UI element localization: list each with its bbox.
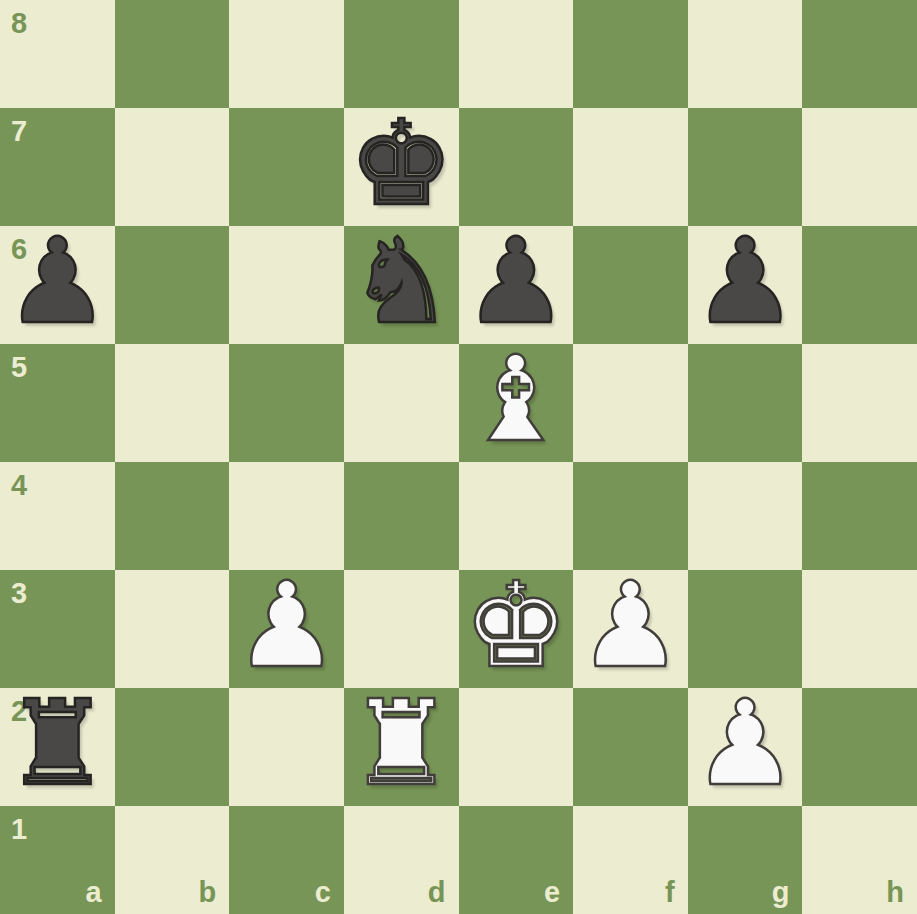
square-h7[interactable] bbox=[802, 108, 917, 226]
square-g7[interactable] bbox=[688, 108, 803, 226]
square-e8[interactable] bbox=[459, 0, 574, 108]
square-d2[interactable]: ♜ bbox=[344, 688, 459, 806]
square-e4[interactable] bbox=[459, 462, 574, 570]
square-b1[interactable]: b bbox=[115, 806, 230, 914]
file-label-a: a bbox=[85, 876, 101, 909]
white-pawn[interactable]: ♟ bbox=[234, 566, 340, 684]
white-pawn[interactable]: ♟ bbox=[692, 684, 798, 802]
square-f3[interactable]: ♟ bbox=[573, 570, 688, 688]
square-g2[interactable]: ♟ bbox=[688, 688, 803, 806]
file-label-e: e bbox=[544, 876, 560, 909]
square-f1[interactable]: f bbox=[573, 806, 688, 914]
square-f2[interactable] bbox=[573, 688, 688, 806]
square-g5[interactable] bbox=[688, 344, 803, 462]
white-pawn[interactable]: ♟ bbox=[578, 566, 684, 684]
square-g8[interactable] bbox=[688, 0, 803, 108]
square-f7[interactable] bbox=[573, 108, 688, 226]
square-b2[interactable] bbox=[115, 688, 230, 806]
square-g3[interactable] bbox=[688, 570, 803, 688]
rank-label-3: 3 bbox=[11, 577, 27, 610]
square-b5[interactable] bbox=[115, 344, 230, 462]
square-b6[interactable] bbox=[115, 226, 230, 344]
file-label-b: b bbox=[199, 876, 217, 909]
square-b3[interactable] bbox=[115, 570, 230, 688]
square-f6[interactable] bbox=[573, 226, 688, 344]
square-c3[interactable]: ♟ bbox=[229, 570, 344, 688]
square-g6[interactable]: ♟ bbox=[688, 226, 803, 344]
square-c6[interactable] bbox=[229, 226, 344, 344]
chess-board: 87♚6♟♞♟♟5♝43♟♚♟2♜♜♟1abcdefgh bbox=[0, 0, 917, 914]
square-h8[interactable] bbox=[802, 0, 917, 108]
square-c5[interactable] bbox=[229, 344, 344, 462]
black-pawn[interactable]: ♟ bbox=[463, 222, 569, 340]
square-c8[interactable] bbox=[229, 0, 344, 108]
square-g1[interactable]: g bbox=[688, 806, 803, 914]
white-king[interactable]: ♚ bbox=[463, 566, 569, 684]
square-b8[interactable] bbox=[115, 0, 230, 108]
square-b7[interactable] bbox=[115, 108, 230, 226]
square-a5[interactable]: 5 bbox=[0, 344, 115, 462]
square-e7[interactable] bbox=[459, 108, 574, 226]
square-d1[interactable]: d bbox=[344, 806, 459, 914]
square-a4[interactable]: 4 bbox=[0, 462, 115, 570]
rank-label-8: 8 bbox=[11, 7, 27, 40]
square-h3[interactable] bbox=[802, 570, 917, 688]
rank-label-1: 1 bbox=[11, 813, 27, 846]
square-d5[interactable] bbox=[344, 344, 459, 462]
square-a7[interactable]: 7 bbox=[0, 108, 115, 226]
black-knight[interactable]: ♞ bbox=[348, 222, 454, 340]
square-e5[interactable]: ♝ bbox=[459, 344, 574, 462]
square-a3[interactable]: 3 bbox=[0, 570, 115, 688]
square-f8[interactable] bbox=[573, 0, 688, 108]
square-d7[interactable]: ♚ bbox=[344, 108, 459, 226]
black-pawn[interactable]: ♟ bbox=[692, 222, 798, 340]
square-a2[interactable]: 2♜ bbox=[0, 688, 115, 806]
square-e2[interactable] bbox=[459, 688, 574, 806]
square-b4[interactable] bbox=[115, 462, 230, 570]
file-label-g: g bbox=[772, 876, 790, 909]
white-rook[interactable]: ♜ bbox=[348, 684, 454, 802]
square-e6[interactable]: ♟ bbox=[459, 226, 574, 344]
file-label-c: c bbox=[315, 876, 331, 909]
square-a8[interactable]: 8 bbox=[0, 0, 115, 108]
square-h1[interactable]: h bbox=[802, 806, 917, 914]
black-pawn[interactable]: ♟ bbox=[4, 222, 110, 340]
black-rook[interactable]: ♜ bbox=[4, 684, 110, 802]
black-king[interactable]: ♚ bbox=[348, 104, 454, 222]
square-h2[interactable] bbox=[802, 688, 917, 806]
square-e1[interactable]: e bbox=[459, 806, 574, 914]
rank-label-5: 5 bbox=[11, 351, 27, 384]
square-a6[interactable]: 6♟ bbox=[0, 226, 115, 344]
rank-label-7: 7 bbox=[11, 115, 27, 148]
file-label-d: d bbox=[428, 876, 446, 909]
square-c1[interactable]: c bbox=[229, 806, 344, 914]
square-f4[interactable] bbox=[573, 462, 688, 570]
file-label-h: h bbox=[886, 876, 904, 909]
square-h4[interactable] bbox=[802, 462, 917, 570]
square-c2[interactable] bbox=[229, 688, 344, 806]
square-e3[interactable]: ♚ bbox=[459, 570, 574, 688]
white-bishop[interactable]: ♝ bbox=[463, 340, 569, 458]
square-c7[interactable] bbox=[229, 108, 344, 226]
square-g4[interactable] bbox=[688, 462, 803, 570]
square-d6[interactable]: ♞ bbox=[344, 226, 459, 344]
square-h5[interactable] bbox=[802, 344, 917, 462]
square-d8[interactable] bbox=[344, 0, 459, 108]
file-label-f: f bbox=[665, 876, 675, 909]
rank-label-4: 4 bbox=[11, 469, 27, 502]
square-f5[interactable] bbox=[573, 344, 688, 462]
square-a1[interactable]: 1a bbox=[0, 806, 115, 914]
square-c4[interactable] bbox=[229, 462, 344, 570]
square-h6[interactable] bbox=[802, 226, 917, 344]
square-d3[interactable] bbox=[344, 570, 459, 688]
square-d4[interactable] bbox=[344, 462, 459, 570]
